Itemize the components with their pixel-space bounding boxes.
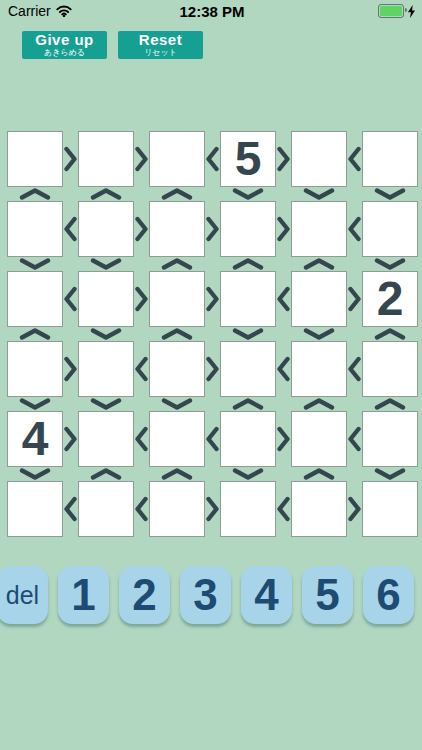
cell-r1c2[interactable] bbox=[78, 131, 134, 187]
ineq-less-icon bbox=[347, 411, 362, 467]
numpad: del123456 bbox=[0, 566, 422, 624]
cell-r1c6[interactable] bbox=[362, 131, 418, 187]
ineq-down-icon bbox=[78, 397, 134, 411]
ineq-up-icon bbox=[7, 187, 63, 201]
ineq-down-icon bbox=[362, 257, 418, 271]
cell-r3c4[interactable] bbox=[220, 271, 276, 327]
ineq-down-icon bbox=[7, 467, 63, 481]
cell-r2c1[interactable] bbox=[7, 201, 63, 257]
ineq-up-icon bbox=[7, 327, 63, 341]
numpad-3-button[interactable]: 3 bbox=[180, 566, 231, 624]
give-up-sublabel: あきらめる bbox=[44, 49, 85, 57]
numpad-5-button[interactable]: 5 bbox=[302, 566, 353, 624]
numpad-2-button[interactable]: 2 bbox=[119, 566, 170, 624]
ineq-greater-icon bbox=[205, 271, 220, 327]
ineq-down-icon bbox=[362, 467, 418, 481]
cell-r1c3[interactable] bbox=[149, 131, 205, 187]
status-bar: Carrier 12:38 PM bbox=[0, 0, 422, 20]
ineq-less-icon bbox=[347, 341, 362, 397]
ineq-greater-icon bbox=[63, 131, 78, 187]
ineq-down-icon bbox=[220, 327, 276, 341]
ineq-greater-icon bbox=[63, 411, 78, 467]
ineq-less-icon bbox=[63, 271, 78, 327]
cell-r2c5[interactable] bbox=[291, 201, 347, 257]
numpad-6-button[interactable]: 6 bbox=[363, 566, 414, 624]
ineq-greater-icon bbox=[63, 341, 78, 397]
cell-r5c3[interactable] bbox=[149, 411, 205, 467]
cell-r1c5[interactable] bbox=[291, 131, 347, 187]
ineq-greater-icon bbox=[347, 481, 362, 537]
ineq-up-icon bbox=[291, 397, 347, 411]
ineq-less-icon bbox=[134, 481, 149, 537]
cell-r2c4[interactable] bbox=[220, 201, 276, 257]
ineq-less-icon bbox=[134, 411, 149, 467]
ineq-down-icon bbox=[291, 187, 347, 201]
numpad-1-button[interactable]: 1 bbox=[58, 566, 109, 624]
ineq-up-icon bbox=[149, 257, 205, 271]
ineq-greater-icon bbox=[134, 131, 149, 187]
numpad-del-button[interactable]: del bbox=[0, 566, 48, 624]
ineq-down-icon bbox=[78, 257, 134, 271]
ineq-less-icon bbox=[276, 481, 291, 537]
ineq-greater-icon bbox=[205, 201, 220, 257]
cell-r5c2[interactable] bbox=[78, 411, 134, 467]
ineq-less-icon bbox=[347, 201, 362, 257]
ineq-down-icon bbox=[7, 397, 63, 411]
cell-r2c2[interactable] bbox=[78, 201, 134, 257]
cell-r3c5[interactable] bbox=[291, 271, 347, 327]
toolbar: Give up あきらめる Reset リセット bbox=[22, 31, 422, 59]
ineq-less-icon bbox=[276, 341, 291, 397]
ineq-less-icon bbox=[63, 481, 78, 537]
board: 524 bbox=[7, 131, 418, 537]
ineq-down-icon bbox=[220, 187, 276, 201]
ineq-up-icon bbox=[362, 327, 418, 341]
ineq-up-icon bbox=[149, 327, 205, 341]
cell-r4c6[interactable] bbox=[362, 341, 418, 397]
cell-r6c6[interactable] bbox=[362, 481, 418, 537]
ineq-greater-icon bbox=[347, 271, 362, 327]
ineq-down-icon bbox=[362, 187, 418, 201]
cell-r6c3[interactable] bbox=[149, 481, 205, 537]
cell-r4c4[interactable] bbox=[220, 341, 276, 397]
cell-r4c2[interactable] bbox=[78, 341, 134, 397]
ineq-up-icon bbox=[149, 467, 205, 481]
ineq-up-icon bbox=[291, 257, 347, 271]
cell-r3c3[interactable] bbox=[149, 271, 205, 327]
cell-r5c6[interactable] bbox=[362, 411, 418, 467]
ineq-greater-icon bbox=[205, 481, 220, 537]
cell-r5c5[interactable] bbox=[291, 411, 347, 467]
wifi-icon bbox=[56, 5, 72, 17]
cell-r1c1[interactable] bbox=[7, 131, 63, 187]
ineq-up-icon bbox=[78, 187, 134, 201]
ineq-less-icon bbox=[205, 411, 220, 467]
ineq-less-icon bbox=[134, 341, 149, 397]
cell-r6c5[interactable] bbox=[291, 481, 347, 537]
ineq-greater-icon bbox=[276, 201, 291, 257]
ineq-down-icon bbox=[7, 257, 63, 271]
cell-r6c2[interactable] bbox=[78, 481, 134, 537]
ineq-greater-icon bbox=[205, 341, 220, 397]
clock: 12:38 PM bbox=[128, 3, 296, 20]
cell-r1c4[interactable]: 5 bbox=[220, 131, 276, 187]
cell-r2c3[interactable] bbox=[149, 201, 205, 257]
cell-r6c1[interactable] bbox=[7, 481, 63, 537]
reset-sublabel: リセット bbox=[144, 49, 177, 57]
ineq-less-icon bbox=[63, 201, 78, 257]
cell-r6c4[interactable] bbox=[220, 481, 276, 537]
cell-r3c1[interactable] bbox=[7, 271, 63, 327]
reset-button[interactable]: Reset リセット bbox=[118, 31, 203, 59]
ineq-down-icon bbox=[220, 467, 276, 481]
give-up-label: Give up bbox=[35, 32, 94, 47]
cell-r4c1[interactable] bbox=[7, 341, 63, 397]
ineq-up-icon bbox=[291, 467, 347, 481]
battery-icon bbox=[378, 4, 404, 18]
numpad-4-button[interactable]: 4 bbox=[241, 566, 292, 624]
ineq-greater-icon bbox=[276, 131, 291, 187]
ineq-up-icon bbox=[149, 187, 205, 201]
carrier-label: Carrier bbox=[8, 3, 51, 19]
ineq-down-icon bbox=[291, 327, 347, 341]
cell-r5c1[interactable]: 4 bbox=[7, 411, 63, 467]
cell-r3c2[interactable] bbox=[78, 271, 134, 327]
cell-r4c3[interactable] bbox=[149, 341, 205, 397]
ineq-down-icon bbox=[78, 327, 134, 341]
ineq-less-icon bbox=[347, 131, 362, 187]
reset-label: Reset bbox=[139, 32, 182, 47]
ineq-up-icon bbox=[220, 257, 276, 271]
ineq-up-icon bbox=[220, 397, 276, 411]
ineq-up-icon bbox=[78, 467, 134, 481]
cell-r3c6[interactable]: 2 bbox=[362, 271, 418, 327]
charging-bolt-icon bbox=[407, 5, 416, 18]
ineq-up-icon bbox=[362, 397, 418, 411]
give-up-button[interactable]: Give up あきらめる bbox=[22, 31, 107, 59]
ineq-less-icon bbox=[276, 271, 291, 327]
ineq-down-icon bbox=[149, 397, 205, 411]
ineq-greater-icon bbox=[276, 411, 291, 467]
cell-r5c4[interactable] bbox=[220, 411, 276, 467]
ineq-less-icon bbox=[205, 131, 220, 187]
cell-r2c6[interactable] bbox=[362, 201, 418, 257]
ineq-greater-icon bbox=[134, 271, 149, 327]
ineq-greater-icon bbox=[134, 201, 149, 257]
battery-level bbox=[380, 6, 402, 16]
cell-r4c5[interactable] bbox=[291, 341, 347, 397]
